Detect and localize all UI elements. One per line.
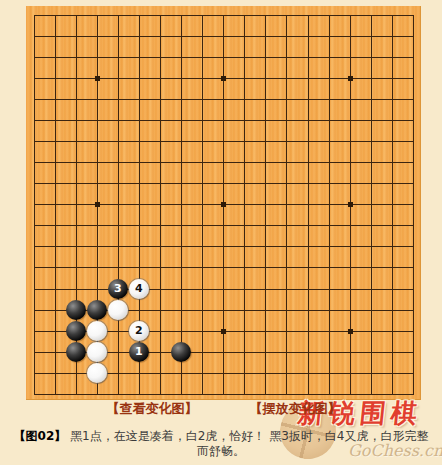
black-stone [171,342,191,362]
black-stone [66,321,86,341]
grid-line-vertical [244,15,245,395]
grid-line-vertical [308,15,309,395]
grid-line-horizontal [34,394,414,395]
black-stone [66,342,86,362]
black-stone [66,300,86,320]
grid-line-horizontal [34,225,414,226]
grid-line-vertical [413,15,414,395]
grid-line-vertical [329,15,330,395]
go-board: 3421 [26,6,421,400]
board-grid: 3421 [26,6,420,399]
white-stone [87,342,107,362]
diagram-caption-text: 黑1点，在这是凑着，白2虎，恰好！ 黑3扳时，白4又虎，白形完整而舒畅。 [70,429,428,458]
diagram-caption-label: 【图02】 [14,429,67,443]
star-point [95,76,100,81]
white-stone [108,300,128,320]
star-point [221,76,226,81]
grid-line-vertical [392,15,393,395]
star-point [348,76,353,81]
place-variation-link[interactable]: 【摆放变化图】 [250,402,341,417]
grid-line-vertical [371,15,372,395]
star-point [221,329,226,334]
variation-link-row: 【查看变化图】 【摆放变化图】 [26,402,421,417]
grid-line-vertical [286,15,287,395]
move-4-white-stone: 4 [129,279,149,299]
diagram-caption: 【图02】 黑1点，在这是凑着，白2虎，恰好！ 黑3扳时，白4又虎，白形完整而舒… [0,429,442,459]
star-point [95,202,100,207]
star-point [348,202,353,207]
move-2-white-stone: 2 [129,321,149,341]
black-stone [87,300,107,320]
grid-line-horizontal [34,267,414,268]
star-point [221,202,226,207]
move-1-black-stone: 1 [129,342,149,362]
star-point [348,329,353,334]
white-stone [87,363,107,383]
grid-line-horizontal [34,246,414,247]
move-3-black-stone: 3 [108,279,128,299]
view-variation-link[interactable]: 【查看变化图】 [107,402,198,417]
grid-line-vertical [265,15,266,395]
white-stone [87,321,107,341]
grid-line-horizontal [34,289,414,290]
page: 3421 【查看变化图】 【摆放变化图】 新锐围棋 GoChess.cn 【图0… [0,0,442,465]
